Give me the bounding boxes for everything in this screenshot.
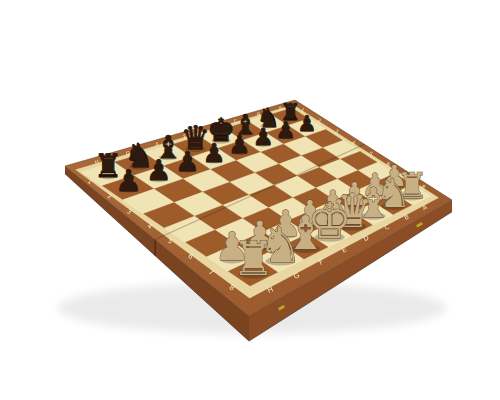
chess-set-product-photo: AA11BB22CC33DD44EE55FF66GG77HH88♜♞♟♝♟♚♟♛… [0, 0, 500, 400]
piece-dark-pawn-g2: ♟ [146, 154, 171, 187]
piece-dark-pawn-c2: ♟ [253, 123, 274, 151]
piece-dark-pawn-d2: ♟ [228, 130, 250, 159]
board-photo-svg: AA11BB22CC33DD44EE55FF66GG77HH88♜♞♟♝♟♚♟♛… [0, 0, 500, 400]
piece-dark-pawn-a2: ♟ [297, 111, 316, 136]
piece-dark-pawn-h2: ♟ [115, 163, 142, 198]
piece-dark-pawn-f2: ♟ [175, 146, 199, 177]
piece-dark-pawn-b2: ♟ [276, 117, 296, 143]
piece-light-rook-h8: ♜ [232, 231, 275, 286]
piece-dark-pawn-e2: ♟ [203, 138, 226, 168]
